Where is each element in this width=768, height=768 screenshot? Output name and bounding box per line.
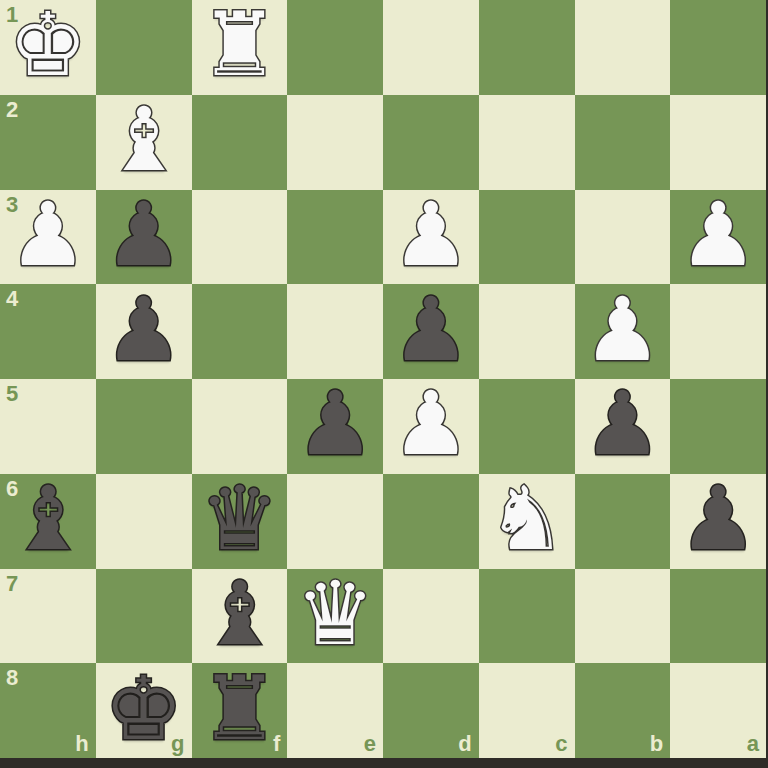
square-f2[interactable] — [192, 95, 288, 190]
square-b6[interactable] — [575, 474, 671, 569]
square-e8[interactable]: e — [287, 663, 383, 758]
square-d8[interactable]: d — [383, 663, 479, 758]
square-b5[interactable]: ♟ — [575, 379, 671, 474]
square-e5[interactable]: ♟ — [287, 379, 383, 474]
piece-white-rook-f1[interactable]: ♜ — [200, 1, 279, 89]
square-h5[interactable]: 5 — [0, 379, 96, 474]
square-d4[interactable]: ♟ — [383, 284, 479, 379]
square-h6[interactable]: ♝6 — [0, 474, 96, 569]
square-g7[interactable] — [96, 569, 192, 664]
rank-label-4: 4 — [6, 288, 18, 310]
square-d3[interactable]: ♟ — [383, 190, 479, 285]
rank-label-7: 7 — [6, 573, 18, 595]
square-c3[interactable] — [479, 190, 575, 285]
square-g2[interactable]: ♝ — [96, 95, 192, 190]
piece-black-queen-f6[interactable]: ♛ — [200, 475, 279, 563]
square-a2[interactable] — [670, 95, 766, 190]
square-f6[interactable]: ♛ — [192, 474, 288, 569]
square-g8[interactable]: ♚g — [96, 663, 192, 758]
square-f1[interactable]: ♜ — [192, 0, 288, 95]
square-c4[interactable] — [479, 284, 575, 379]
piece-black-pawn-e5[interactable]: ♟ — [296, 380, 375, 468]
square-b4[interactable]: ♟ — [575, 284, 671, 379]
square-c1[interactable] — [479, 0, 575, 95]
piece-black-pawn-g4[interactable]: ♟ — [104, 286, 183, 374]
square-b7[interactable] — [575, 569, 671, 664]
square-a6[interactable]: ♟ — [670, 474, 766, 569]
page-background: ♚1♜2♝♟3♟♟♟4♟♟♟5♟♟♟♝6♛♞♟7♝♛8h♚g♜fedcba — [0, 0, 768, 768]
file-label-h: h — [75, 733, 88, 755]
square-c8[interactable]: c — [479, 663, 575, 758]
square-e1[interactable] — [287, 0, 383, 95]
square-a3[interactable]: ♟ — [670, 190, 766, 285]
piece-white-pawn-d5[interactable]: ♟ — [391, 380, 470, 468]
rank-label-5: 5 — [6, 383, 18, 405]
file-label-c: c — [555, 733, 567, 755]
square-a8[interactable]: a — [670, 663, 766, 758]
rank-label-8: 8 — [6, 667, 18, 689]
square-e6[interactable] — [287, 474, 383, 569]
file-label-e: e — [364, 733, 376, 755]
file-label-b: b — [650, 733, 663, 755]
square-g3[interactable]: ♟ — [96, 190, 192, 285]
square-d7[interactable] — [383, 569, 479, 664]
square-b2[interactable] — [575, 95, 671, 190]
square-b1[interactable] — [575, 0, 671, 95]
piece-white-pawn-h3[interactable]: ♟ — [8, 191, 87, 279]
square-h4[interactable]: 4 — [0, 284, 96, 379]
piece-black-pawn-d4[interactable]: ♟ — [391, 286, 470, 374]
square-a7[interactable] — [670, 569, 766, 664]
square-f3[interactable] — [192, 190, 288, 285]
chess-board: ♚1♜2♝♟3♟♟♟4♟♟♟5♟♟♟♝6♛♞♟7♝♛8h♚g♜fedcba — [0, 0, 766, 758]
square-h8[interactable]: 8h — [0, 663, 96, 758]
square-e4[interactable] — [287, 284, 383, 379]
square-c6[interactable]: ♞ — [479, 474, 575, 569]
piece-black-king-g8[interactable]: ♚ — [104, 665, 183, 753]
square-f8[interactable]: ♜f — [192, 663, 288, 758]
file-label-d: d — [458, 733, 471, 755]
piece-black-pawn-a6[interactable]: ♟ — [679, 475, 758, 563]
square-g6[interactable] — [96, 474, 192, 569]
square-f7[interactable]: ♝ — [192, 569, 288, 664]
piece-black-bishop-h6[interactable]: ♝ — [8, 475, 87, 563]
square-a5[interactable] — [670, 379, 766, 474]
piece-black-pawn-b5[interactable]: ♟ — [583, 380, 662, 468]
square-g4[interactable]: ♟ — [96, 284, 192, 379]
square-e7[interactable]: ♛ — [287, 569, 383, 664]
piece-black-bishop-f7[interactable]: ♝ — [200, 570, 279, 658]
piece-white-knight-c6[interactable]: ♞ — [487, 475, 566, 563]
square-d1[interactable] — [383, 0, 479, 95]
square-a4[interactable] — [670, 284, 766, 379]
square-g1[interactable] — [96, 0, 192, 95]
square-e3[interactable] — [287, 190, 383, 285]
square-g5[interactable] — [96, 379, 192, 474]
square-c2[interactable] — [479, 95, 575, 190]
square-e2[interactable] — [287, 95, 383, 190]
square-d6[interactable] — [383, 474, 479, 569]
piece-white-king-h1[interactable]: ♚ — [8, 1, 87, 89]
square-f5[interactable] — [192, 379, 288, 474]
square-b3[interactable] — [575, 190, 671, 285]
file-label-a: a — [747, 733, 759, 755]
square-c7[interactable] — [479, 569, 575, 664]
piece-white-pawn-a3[interactable]: ♟ — [679, 191, 758, 279]
square-h1[interactable]: ♚1 — [0, 0, 96, 95]
square-h7[interactable]: 7 — [0, 569, 96, 664]
square-d5[interactable]: ♟ — [383, 379, 479, 474]
square-b8[interactable]: b — [575, 663, 671, 758]
piece-white-bishop-g2[interactable]: ♝ — [104, 96, 183, 184]
piece-white-queen-e7[interactable]: ♛ — [296, 570, 375, 658]
piece-black-rook-f8[interactable]: ♜ — [200, 665, 279, 753]
piece-white-pawn-b4[interactable]: ♟ — [583, 286, 662, 374]
rank-label-2: 2 — [6, 99, 18, 121]
square-c5[interactable] — [479, 379, 575, 474]
square-d2[interactable] — [383, 95, 479, 190]
square-h3[interactable]: ♟3 — [0, 190, 96, 285]
square-h2[interactable]: 2 — [0, 95, 96, 190]
square-f4[interactable] — [192, 284, 288, 379]
piece-white-pawn-d3[interactable]: ♟ — [391, 191, 470, 279]
square-a1[interactable] — [670, 0, 766, 95]
piece-black-pawn-g3[interactable]: ♟ — [104, 191, 183, 279]
